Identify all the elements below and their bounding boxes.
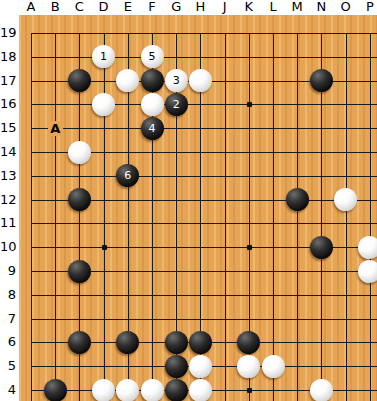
row-label-12: 12 [0,192,16,208]
column-label-N: N [312,0,330,15]
row-label-17: 17 [0,73,16,89]
move-number: 5 [149,50,156,63]
grid-line-vertical-L [273,33,274,401]
stone-black-C17[interactable] [68,69,91,92]
column-label-A: A [22,0,40,15]
stone-white-H4[interactable] [189,379,212,401]
move-number: 2 [173,98,180,111]
row-label-14: 14 [0,144,16,160]
stone-black-F17[interactable] [141,69,164,92]
grid-line-horizontal-15 [31,128,377,129]
move-number: 3 [173,74,180,87]
stone-black-H6[interactable] [189,331,212,354]
column-label-P: P [361,0,377,15]
grid-line-vertical-M [297,33,298,401]
column-label-O: O [337,0,355,15]
row-label-4: 4 [0,382,16,398]
row-label-7: 7 [0,311,16,327]
stone-black-F15[interactable]: 4 [141,117,164,140]
row-label-11: 11 [0,215,16,231]
stone-white-D16[interactable] [92,93,115,116]
grid-line-vertical-B [55,33,56,401]
grid-line-horizontal-18 [31,57,377,58]
star-point-K10 [247,245,252,250]
column-label-E: E [119,0,137,15]
stone-black-K6[interactable] [237,331,260,354]
grid-line-horizontal-13 [31,176,377,177]
column-label-B: B [46,0,64,15]
stone-black-G16[interactable]: 2 [165,93,188,116]
stone-black-G5[interactable] [165,355,188,378]
stone-white-E4[interactable] [116,379,139,401]
row-label-6: 6 [0,334,16,350]
star-point-D10 [102,245,107,250]
column-label-M: M [288,0,306,15]
row-label-18: 18 [0,49,16,65]
column-label-G: G [167,0,185,15]
stone-black-M12[interactable] [286,188,309,211]
stone-white-F16[interactable] [141,93,164,116]
row-label-9: 9 [0,263,16,279]
grid-line-horizontal-11 [31,223,377,224]
column-label-H: H [191,0,209,15]
grid-line-vertical-J [225,33,226,401]
stone-white-L5[interactable] [262,355,285,378]
star-point-K4 [247,388,252,393]
row-label-19: 19 [0,25,16,41]
stone-black-G4[interactable] [165,379,188,401]
stone-black-N10[interactable] [310,236,333,259]
move-number: 4 [149,122,156,135]
move-number: 1 [100,50,107,63]
column-label-D: D [95,0,113,15]
grid-line-horizontal-7 [31,319,377,320]
grid-line-horizontal-16 [31,104,377,105]
row-label-10: 10 [0,239,16,255]
row-label-16: 16 [0,96,16,112]
stone-white-C14[interactable] [68,141,91,164]
stone-black-G6[interactable] [165,331,188,354]
stone-white-G17[interactable]: 3 [165,69,188,92]
stone-white-D4[interactable] [92,379,115,401]
stone-white-P9[interactable] [358,260,377,283]
stone-white-F18[interactable]: 5 [141,45,164,68]
stone-white-F4[interactable] [141,379,164,401]
stone-black-E6[interactable] [116,331,139,354]
stone-black-C6[interactable] [68,331,91,354]
star-point-K16 [247,102,252,107]
stone-white-E17[interactable] [116,69,139,92]
row-label-13: 13 [0,168,16,184]
stone-white-H5[interactable] [189,355,212,378]
column-label-C: C [70,0,88,15]
column-label-K: K [240,0,258,15]
row-label-5: 5 [0,358,16,374]
stone-black-N17[interactable] [310,69,333,92]
column-label-J: J [216,0,234,15]
grid-line-horizontal-19 [31,33,377,34]
board-surface[interactable]: A246153 [19,15,377,401]
stone-white-N4[interactable] [310,379,333,401]
stone-black-C12[interactable] [68,188,91,211]
stone-white-K5[interactable] [237,355,260,378]
stone-white-H17[interactable] [189,69,212,92]
move-number: 6 [124,169,131,182]
row-label-8: 8 [0,287,16,303]
go-board-diagram: ABCDEFGHJKLMNOP 191817161514131211109876… [0,0,377,401]
stone-black-E13[interactable]: 6 [116,164,139,187]
stone-white-P10[interactable] [358,236,377,259]
grid-line-vertical-O [346,33,347,401]
row-label-15: 15 [0,120,16,136]
grid-line-horizontal-8 [31,295,377,296]
column-label-L: L [264,0,282,15]
annotation-label-B15: A [48,121,63,136]
grid-line-vertical-A [31,33,32,401]
stone-white-O12[interactable] [334,188,357,211]
stone-black-B4[interactable] [44,379,67,401]
stone-white-D18[interactable]: 1 [92,45,115,68]
stone-black-C9[interactable] [68,260,91,283]
grid-line-vertical-P [370,33,371,401]
grid-line-vertical-D [104,33,105,401]
column-label-F: F [143,0,161,15]
